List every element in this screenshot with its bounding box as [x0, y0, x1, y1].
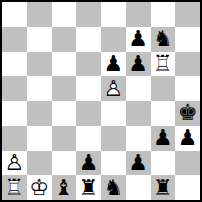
square-h4[interactable]: ♚ — [175, 101, 200, 126]
chess-board: ♟♞♟♟♜♖♟♙♚♟♟♟♙♟♟♜♖♚♔♝♜♞♜ — [2, 2, 200, 200]
square-c2[interactable] — [52, 151, 77, 176]
square-b2[interactable] — [27, 151, 52, 176]
square-a6[interactable] — [2, 52, 27, 77]
square-h5[interactable] — [175, 76, 200, 101]
black-king-h4: ♚ — [175, 101, 200, 126]
square-g4[interactable] — [151, 101, 176, 126]
square-f5[interactable] — [126, 76, 151, 101]
black-pawn-glyph: ♟ — [76, 151, 101, 176]
square-f3[interactable] — [126, 126, 151, 151]
white-pawn-outline-glyph: ♙ — [2, 151, 27, 176]
square-h3[interactable]: ♟ — [175, 126, 200, 151]
black-rook-glyph: ♜ — [76, 175, 101, 200]
black-rook-g1: ♜ — [151, 175, 176, 200]
square-e7[interactable] — [101, 27, 126, 52]
black-knight-e1: ♞ — [101, 175, 126, 200]
square-e4[interactable] — [101, 101, 126, 126]
square-g6[interactable]: ♜♖ — [151, 52, 176, 77]
white-rook-g6: ♜♖ — [151, 52, 176, 77]
square-g5[interactable] — [151, 76, 176, 101]
black-king-glyph: ♚ — [175, 101, 200, 126]
black-bishop-c1: ♝ — [52, 175, 77, 200]
square-d7[interactable] — [76, 27, 101, 52]
black-pawn-g3: ♟ — [151, 126, 176, 151]
black-pawn-e6: ♟ — [101, 52, 126, 77]
black-knight-glyph: ♞ — [151, 27, 176, 52]
white-rook-outline-glyph: ♖ — [151, 52, 176, 77]
white-pawn-outline-glyph: ♙ — [101, 76, 126, 101]
square-c7[interactable] — [52, 27, 77, 52]
square-b3[interactable] — [27, 126, 52, 151]
white-pawn-e5: ♟♙ — [101, 76, 126, 101]
square-e2[interactable] — [101, 151, 126, 176]
black-pawn-glyph: ♟ — [101, 52, 126, 77]
square-d8[interactable] — [76, 2, 101, 27]
square-a1[interactable]: ♜♖ — [2, 175, 27, 200]
square-f4[interactable] — [126, 101, 151, 126]
square-f1[interactable] — [126, 175, 151, 200]
square-c8[interactable] — [52, 2, 77, 27]
square-c5[interactable] — [52, 76, 77, 101]
black-rook-d1: ♜ — [76, 175, 101, 200]
black-pawn-glyph: ♟ — [175, 126, 200, 151]
chess-board-frame: ♟♞♟♟♜♖♟♙♚♟♟♟♙♟♟♜♖♚♔♝♜♞♜ — [0, 0, 202, 202]
black-pawn-h3: ♟ — [175, 126, 200, 151]
black-pawn-glyph: ♟ — [126, 27, 151, 52]
black-rook-glyph: ♜ — [151, 175, 176, 200]
square-h1[interactable] — [175, 175, 200, 200]
white-rook-a1: ♜♖ — [2, 175, 27, 200]
square-b7[interactable] — [27, 27, 52, 52]
square-h2[interactable] — [175, 151, 200, 176]
black-knight-g7: ♞ — [151, 27, 176, 52]
black-pawn-f6: ♟ — [126, 52, 151, 77]
square-f8[interactable] — [126, 2, 151, 27]
square-e3[interactable] — [101, 126, 126, 151]
black-pawn-glyph: ♟ — [151, 126, 176, 151]
square-b6[interactable] — [27, 52, 52, 77]
square-c1[interactable]: ♝ — [52, 175, 77, 200]
square-d5[interactable] — [76, 76, 101, 101]
black-pawn-f2: ♟ — [126, 151, 151, 176]
square-d3[interactable] — [76, 126, 101, 151]
square-c6[interactable] — [52, 52, 77, 77]
square-a8[interactable] — [2, 2, 27, 27]
black-knight-glyph: ♞ — [101, 175, 126, 200]
square-g7[interactable]: ♞ — [151, 27, 176, 52]
square-a7[interactable] — [2, 27, 27, 52]
square-e8[interactable] — [101, 2, 126, 27]
square-d2[interactable]: ♟ — [76, 151, 101, 176]
square-g3[interactable]: ♟ — [151, 126, 176, 151]
square-e1[interactable]: ♞ — [101, 175, 126, 200]
black-pawn-f7: ♟ — [126, 27, 151, 52]
square-g2[interactable] — [151, 151, 176, 176]
square-d6[interactable] — [76, 52, 101, 77]
square-a2[interactable]: ♟♙ — [2, 151, 27, 176]
white-pawn-a2: ♟♙ — [2, 151, 27, 176]
black-pawn-glyph: ♟ — [126, 52, 151, 77]
square-h6[interactable] — [175, 52, 200, 77]
square-g1[interactable]: ♜ — [151, 175, 176, 200]
square-f7[interactable]: ♟ — [126, 27, 151, 52]
square-d1[interactable]: ♜ — [76, 175, 101, 200]
square-h8[interactable] — [175, 2, 200, 27]
square-a4[interactable] — [2, 101, 27, 126]
square-c4[interactable] — [52, 101, 77, 126]
square-b4[interactable] — [27, 101, 52, 126]
square-e6[interactable]: ♟ — [101, 52, 126, 77]
square-d4[interactable] — [76, 101, 101, 126]
square-b8[interactable] — [27, 2, 52, 27]
white-king-outline-glyph: ♔ — [27, 175, 52, 200]
square-b1[interactable]: ♚♔ — [27, 175, 52, 200]
square-b5[interactable] — [27, 76, 52, 101]
square-e5[interactable]: ♟♙ — [101, 76, 126, 101]
square-h7[interactable] — [175, 27, 200, 52]
white-king-b1: ♚♔ — [27, 175, 52, 200]
square-c3[interactable] — [52, 126, 77, 151]
square-g8[interactable] — [151, 2, 176, 27]
square-a3[interactable] — [2, 126, 27, 151]
black-bishop-glyph: ♝ — [52, 175, 77, 200]
white-rook-outline-glyph: ♖ — [2, 175, 27, 200]
square-f2[interactable]: ♟ — [126, 151, 151, 176]
square-a5[interactable] — [2, 76, 27, 101]
black-pawn-d2: ♟ — [76, 151, 101, 176]
square-f6[interactable]: ♟ — [126, 52, 151, 77]
black-pawn-glyph: ♟ — [126, 151, 151, 176]
